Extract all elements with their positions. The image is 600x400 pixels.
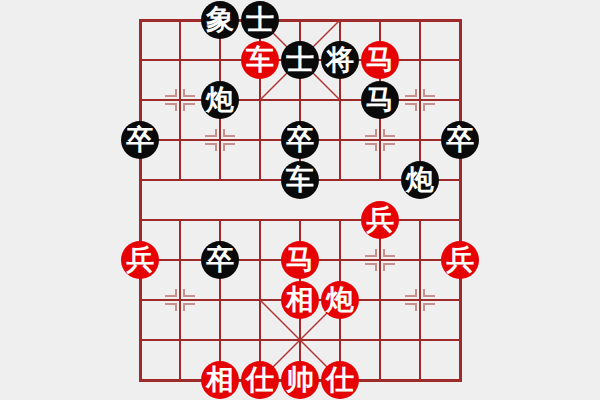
- piece-black-soldier[interactable]: 卒: [201, 241, 239, 279]
- piece-red-soldier[interactable]: 兵: [441, 241, 479, 279]
- piece-red-elephant[interactable]: 相: [201, 361, 239, 399]
- piece-red-cannon[interactable]: 炮: [321, 281, 359, 319]
- piece-red-elephant[interactable]: 相: [281, 281, 319, 319]
- piece-red-soldier[interactable]: 兵: [121, 241, 159, 279]
- piece-black-chariot[interactable]: 车: [281, 161, 319, 199]
- piece-red-horse[interactable]: 马: [361, 41, 399, 79]
- piece-red-horse[interactable]: 马: [281, 241, 319, 279]
- piece-black-cannon[interactable]: 炮: [201, 81, 239, 119]
- piece-black-advisor[interactable]: 士: [281, 41, 319, 79]
- piece-red-soldier[interactable]: 兵: [361, 201, 399, 239]
- xiangqi-board: 象士车士将马炮马卒卒卒车炮兵兵卒马兵相炮相仕帅仕: [0, 0, 600, 400]
- piece-black-advisor[interactable]: 士: [241, 1, 279, 39]
- piece-black-horse[interactable]: 马: [361, 81, 399, 119]
- piece-red-general[interactable]: 帅: [281, 361, 319, 399]
- piece-black-soldier[interactable]: 卒: [121, 121, 159, 159]
- piece-red-advisor[interactable]: 仕: [241, 361, 279, 399]
- piece-black-soldier[interactable]: 卒: [441, 121, 479, 159]
- piece-red-advisor[interactable]: 仕: [321, 361, 359, 399]
- piece-black-elephant[interactable]: 象: [201, 1, 239, 39]
- piece-black-cannon[interactable]: 炮: [401, 161, 439, 199]
- piece-black-general[interactable]: 将: [321, 41, 359, 79]
- piece-black-soldier[interactable]: 卒: [281, 121, 319, 159]
- piece-red-chariot[interactable]: 车: [241, 41, 279, 79]
